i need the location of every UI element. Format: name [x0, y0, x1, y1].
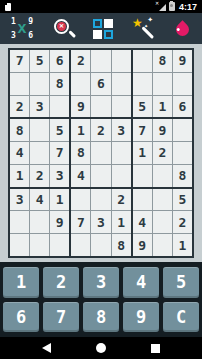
board-area: 7568232698951685471231238479128341927318…: [0, 44, 202, 262]
sudoku-cell-r9c5[interactable]: [91, 234, 110, 256]
sudoku-cell-r7c4[interactable]: [71, 189, 90, 211]
sudoku-cell-r5c5[interactable]: [91, 142, 110, 164]
sudoku-cell-r6c9[interactable]: 8: [173, 165, 192, 187]
sudoku-cell-r2c2[interactable]: [30, 73, 49, 95]
droplet-highlight: [176, 27, 180, 31]
sudoku-cell-r3c7[interactable]: 5: [133, 96, 152, 118]
back-button[interactable]: [42, 343, 51, 353]
logo-number-9: 9: [28, 18, 33, 26]
sudoku-cell-r6c1[interactable]: 1: [10, 165, 29, 187]
sudoku-cell-r2c7[interactable]: [133, 73, 152, 95]
sudoku-box-2-2: 12384: [71, 119, 130, 186]
pencil-marks-button[interactable]: [93, 19, 113, 39]
key-1[interactable]: 1: [3, 267, 39, 298]
sudoku-box-2-1: 8547123: [10, 119, 69, 186]
logo-x-glyph: x: [18, 20, 27, 36]
sudoku-cell-r4c4[interactable]: 1: [71, 119, 90, 141]
key-7[interactable]: 7: [43, 302, 79, 333]
sudoku-cell-r1c2[interactable]: 5: [30, 50, 49, 72]
sudoku-cell-r4c2[interactable]: [30, 119, 49, 141]
sudoku-box-1-3: 89516: [133, 50, 192, 117]
notification-icon: [5, 3, 11, 11]
sudoku-cell-r2c4[interactable]: [71, 73, 90, 95]
sudoku-cell-r1c1[interactable]: 7: [10, 50, 29, 72]
error-badge: ✕: [57, 22, 66, 31]
sudoku-cell-r7c8[interactable]: [153, 189, 172, 211]
sudoku-cell-r8c7[interactable]: 4: [133, 211, 152, 233]
sudoku-cell-r5c8[interactable]: 2: [153, 142, 172, 164]
signal-icon: ✕: [155, 2, 166, 12]
sudoku-cell-r7c7[interactable]: [133, 189, 152, 211]
sudoku-cell-r9c3[interactable]: [50, 234, 69, 256]
square-outline-tl: [93, 19, 102, 28]
sudoku-cell-r9c6[interactable]: 8: [112, 234, 131, 256]
sudoku-cell-r2c6[interactable]: [112, 73, 131, 95]
status-bar-clock: 4:17: [179, 2, 197, 12]
sudoku-cell-r1c9[interactable]: 9: [173, 50, 192, 72]
sudoku-cell-r2c8[interactable]: [153, 73, 172, 95]
toolbar: 1 9 3 6 x ✕ ★ ✦: [0, 13, 202, 44]
magnifier-error-icon: ✕: [53, 18, 75, 40]
check-errors-button[interactable]: ✕: [53, 18, 75, 40]
sudoku-cell-r8c4[interactable]: 7: [71, 211, 90, 233]
sudoku-cell-r5c9[interactable]: [173, 142, 192, 164]
sudoku-cell-r1c4[interactable]: 2: [71, 50, 90, 72]
sudoku-cell-r7c5[interactable]: [91, 189, 110, 211]
app-logo-button[interactable]: 1 9 3 6 x: [9, 17, 35, 41]
sudoku-cell-r8c6[interactable]: 1: [112, 211, 131, 233]
sudoku-box-3-1: 3419: [10, 189, 69, 256]
key-3[interactable]: 3: [83, 267, 119, 298]
sudoku-cell-r7c9[interactable]: 5: [173, 189, 192, 211]
square-fill-bl: [93, 30, 102, 39]
recents-icon: [151, 344, 160, 353]
sudoku-cell-r7c3[interactable]: 1: [50, 189, 69, 211]
sudoku-cell-r3c5[interactable]: [91, 96, 110, 118]
sudoku-cell-r8c5[interactable]: 3: [91, 211, 110, 233]
home-icon: [96, 343, 106, 353]
sudoku-cell-r6c8[interactable]: [153, 165, 172, 187]
sudoku-cell-r9c4[interactable]: [71, 234, 90, 256]
sudoku-cell-r1c5[interactable]: [91, 50, 110, 72]
sudoku-cell-r2c9[interactable]: [173, 73, 192, 95]
key-9[interactable]: 9: [123, 302, 159, 333]
sudoku-cell-r8c9[interactable]: 2: [173, 211, 192, 233]
sudoku-cell-r2c5[interactable]: 6: [91, 73, 110, 95]
battery-icon: [169, 2, 175, 11]
logo-number-1: 1: [11, 18, 16, 26]
logo-number-3: 3: [11, 32, 16, 40]
sudoku-cell-r1c7[interactable]: [133, 50, 152, 72]
sudoku-cell-r5c2[interactable]: [30, 142, 49, 164]
squares-grid-icon: [93, 19, 113, 39]
sudoku-cell-r6c6[interactable]: [112, 165, 131, 187]
sudoku-cell-r3c3[interactable]: [50, 96, 69, 118]
sudoku-cell-r4c5[interactable]: 2: [91, 119, 110, 141]
square-fill-tr: [104, 19, 113, 28]
sudoku-cell-r5c7[interactable]: 1: [133, 142, 152, 164]
sudoku-cell-r2c1[interactable]: [10, 73, 29, 95]
sudoku-cell-r7c2[interactable]: 4: [30, 189, 49, 211]
logo-number-6: 6: [28, 32, 33, 40]
hint-button[interactable]: ★ ✦ ✦: [131, 17, 155, 41]
sudoku-cell-r6c2[interactable]: 2: [30, 165, 49, 187]
sudoku-cell-r8c8[interactable]: [153, 211, 172, 233]
sudoku-box-3-2: 27318: [71, 189, 130, 256]
sudoku-box-2-3: 79128: [133, 119, 192, 186]
square-outline-br: [104, 30, 113, 39]
sudoku-cell-r5c4[interactable]: 8: [71, 142, 90, 164]
droplet-icon: [173, 18, 193, 40]
sudoku-cell-r1c3[interactable]: 6: [50, 50, 69, 72]
sudoku-cell-r5c6[interactable]: [112, 142, 131, 164]
wand-star-small: ✦: [147, 16, 153, 23]
sudoku-cell-r9c7[interactable]: 9: [133, 234, 152, 256]
sudoku-cell-r4c3[interactable]: 5: [50, 119, 69, 141]
key-6[interactable]: 6: [3, 302, 39, 333]
sudoku-cell-r6c3[interactable]: 3: [50, 165, 69, 187]
sudoku-cell-r7c1[interactable]: 3: [10, 189, 29, 211]
sudoku-cell-r7c6[interactable]: 2: [112, 189, 131, 211]
ink-theme-button[interactable]: [173, 18, 193, 40]
sudoku-cell-r4c6[interactable]: 3: [112, 119, 131, 141]
sudoku-cell-r8c1[interactable]: [10, 211, 29, 233]
droplet-shape: [173, 20, 191, 38]
sudoku-cell-r9c9[interactable]: 1: [173, 234, 192, 256]
sudoku-cell-r1c8[interactable]: 8: [153, 50, 172, 72]
sudoku-cell-r2c3[interactable]: 8: [50, 73, 69, 95]
sudoku-cell-r5c1[interactable]: 4: [10, 142, 29, 164]
sudoku-cell-r4c1[interactable]: 8: [10, 119, 29, 141]
sudoku-cell-r3c8[interactable]: 1: [153, 96, 172, 118]
app-screen: ✕ 4:17 1 9 3 6 x ✕: [0, 0, 202, 359]
status-bar: ✕ 4:17: [0, 0, 202, 13]
sudoku-cell-r3c1[interactable]: 2: [10, 96, 29, 118]
key-2[interactable]: 2: [43, 267, 79, 298]
magic-wand-icon: ★ ✦ ✦: [131, 17, 155, 41]
sudoku-cell-r4c7[interactable]: 7: [133, 119, 152, 141]
magnifier-handle: [68, 30, 76, 38]
key-clear[interactable]: C: [163, 302, 199, 333]
sudoku-cell-r3c2[interactable]: 3: [30, 96, 49, 118]
sudoku-cell-r8c3[interactable]: 9: [50, 211, 69, 233]
key-8[interactable]: 8: [83, 302, 119, 333]
sudoku-cell-r9c8[interactable]: [153, 234, 172, 256]
sudoku-cell-r3c9[interactable]: 6: [173, 96, 192, 118]
sudoku-cell-r8c2[interactable]: [30, 211, 49, 233]
sudoku-cell-r4c8[interactable]: 9: [153, 119, 172, 141]
sudoku-box-1-1: 756823: [10, 50, 69, 117]
sudoku-box-1-2: 269: [71, 50, 130, 117]
sudoku-cell-r6c5[interactable]: [91, 165, 110, 187]
home-button[interactable]: [96, 343, 106, 353]
recents-button[interactable]: [151, 344, 160, 353]
android-nav-bar: [0, 337, 202, 359]
keypad: 123456789C: [0, 262, 202, 337]
key-4[interactable]: 4: [123, 267, 159, 298]
sudoku-grid: 7568232698951685471231238479128341927318…: [8, 48, 194, 258]
app-logo-icon: 1 9 3 6 x: [9, 17, 35, 41]
sudoku-box-3-3: 54291: [133, 189, 192, 256]
sudoku-cell-r9c2[interactable]: [30, 234, 49, 256]
sudoku-cell-r4c9[interactable]: [173, 119, 192, 141]
sudoku-cell-r3c4[interactable]: 9: [71, 96, 90, 118]
sudoku-cell-r6c4[interactable]: 4: [71, 165, 90, 187]
sudoku-cell-r9c1[interactable]: [10, 234, 29, 256]
sudoku-cell-r3c6[interactable]: [112, 96, 131, 118]
signal-triangle: [159, 4, 166, 11]
sudoku-cell-r6c7[interactable]: [133, 165, 152, 187]
sudoku-cell-r1c6[interactable]: [112, 50, 131, 72]
sudoku-cell-r5c3[interactable]: 7: [50, 142, 69, 164]
back-icon: [42, 343, 51, 353]
key-5[interactable]: 5: [163, 267, 199, 298]
